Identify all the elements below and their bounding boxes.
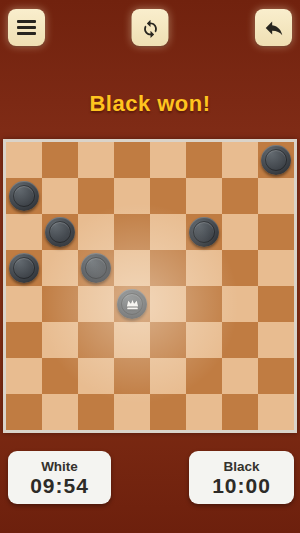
board-square[interactable] xyxy=(222,286,258,322)
black-clock-label: Black xyxy=(223,459,259,474)
checker-man-black[interactable] xyxy=(45,217,75,247)
board-square[interactable] xyxy=(78,178,114,214)
board-square[interactable] xyxy=(78,286,114,322)
board-square[interactable] xyxy=(6,358,42,394)
board-square[interactable] xyxy=(6,286,42,322)
board-square[interactable] xyxy=(150,286,186,322)
board-square[interactable] xyxy=(258,394,294,430)
board-square[interactable] xyxy=(258,178,294,214)
board-square[interactable] xyxy=(6,142,42,178)
board-square[interactable] xyxy=(114,286,150,322)
board-square[interactable] xyxy=(222,178,258,214)
board-square[interactable] xyxy=(6,250,42,286)
board-square[interactable] xyxy=(78,142,114,178)
board-square[interactable] xyxy=(42,394,78,430)
checker-man-black[interactable] xyxy=(81,253,111,283)
board-square[interactable] xyxy=(114,250,150,286)
white-clock-label: White xyxy=(41,459,78,474)
board-square[interactable] xyxy=(258,214,294,250)
board-square[interactable] xyxy=(114,178,150,214)
crown-icon xyxy=(125,298,140,311)
white-clock: White 09:54 xyxy=(8,451,111,504)
board-square[interactable] xyxy=(258,358,294,394)
board-square[interactable] xyxy=(6,394,42,430)
black-clock-time: 10:00 xyxy=(212,474,271,497)
board-square[interactable] xyxy=(258,142,294,178)
board-square[interactable] xyxy=(222,214,258,250)
board-square[interactable] xyxy=(222,250,258,286)
board-square[interactable] xyxy=(114,322,150,358)
board-square[interactable] xyxy=(222,394,258,430)
board-square[interactable] xyxy=(150,178,186,214)
board-square[interactable] xyxy=(42,178,78,214)
checker-man-black[interactable] xyxy=(9,181,39,211)
board-square[interactable] xyxy=(6,214,42,250)
board-square[interactable] xyxy=(258,286,294,322)
restart-button[interactable] xyxy=(132,9,169,46)
board-square[interactable] xyxy=(186,358,222,394)
board-square[interactable] xyxy=(42,142,78,178)
board-square[interactable] xyxy=(6,178,42,214)
board-square[interactable] xyxy=(78,250,114,286)
board-square[interactable] xyxy=(150,250,186,286)
menu-button[interactable] xyxy=(8,9,45,46)
board-square[interactable] xyxy=(186,394,222,430)
board-square[interactable] xyxy=(222,358,258,394)
winner-banner: Black won! xyxy=(0,91,300,117)
board-square[interactable] xyxy=(42,286,78,322)
app-background: Black won! White 09:54 Black 10:00 xyxy=(0,0,300,533)
board-square[interactable] xyxy=(78,214,114,250)
board-square[interactable] xyxy=(114,358,150,394)
checker-man-black[interactable] xyxy=(189,217,219,247)
board-square[interactable] xyxy=(186,214,222,250)
checkers-board xyxy=(6,142,294,430)
board-square[interactable] xyxy=(150,142,186,178)
board-square[interactable] xyxy=(150,214,186,250)
board-square[interactable] xyxy=(42,358,78,394)
black-clock: Black 10:00 xyxy=(189,451,294,504)
undo-arrow-icon xyxy=(263,17,285,39)
board-square[interactable] xyxy=(78,358,114,394)
board-square[interactable] xyxy=(150,322,186,358)
board-frame xyxy=(3,139,297,433)
board-square[interactable] xyxy=(186,142,222,178)
board-square[interactable] xyxy=(150,358,186,394)
refresh-icon xyxy=(139,17,161,39)
board-square[interactable] xyxy=(258,250,294,286)
board-square[interactable] xyxy=(6,322,42,358)
hamburger-icon xyxy=(17,20,36,36)
board-square[interactable] xyxy=(42,214,78,250)
board-square[interactable] xyxy=(222,322,258,358)
board-square[interactable] xyxy=(114,214,150,250)
board-square[interactable] xyxy=(222,142,258,178)
board-square[interactable] xyxy=(186,178,222,214)
board-square[interactable] xyxy=(186,286,222,322)
board-square[interactable] xyxy=(78,322,114,358)
board-square[interactable] xyxy=(186,250,222,286)
board-square[interactable] xyxy=(42,250,78,286)
white-clock-time: 09:54 xyxy=(30,474,89,497)
board-square[interactable] xyxy=(114,394,150,430)
checker-man-black[interactable] xyxy=(9,253,39,283)
checker-man-black[interactable] xyxy=(261,145,291,175)
board-square[interactable] xyxy=(114,142,150,178)
board-square[interactable] xyxy=(258,322,294,358)
board-square[interactable] xyxy=(186,322,222,358)
board-square[interactable] xyxy=(42,322,78,358)
board-square[interactable] xyxy=(78,394,114,430)
checker-king-black[interactable] xyxy=(117,289,147,319)
undo-button[interactable] xyxy=(255,9,292,46)
board-square[interactable] xyxy=(150,394,186,430)
